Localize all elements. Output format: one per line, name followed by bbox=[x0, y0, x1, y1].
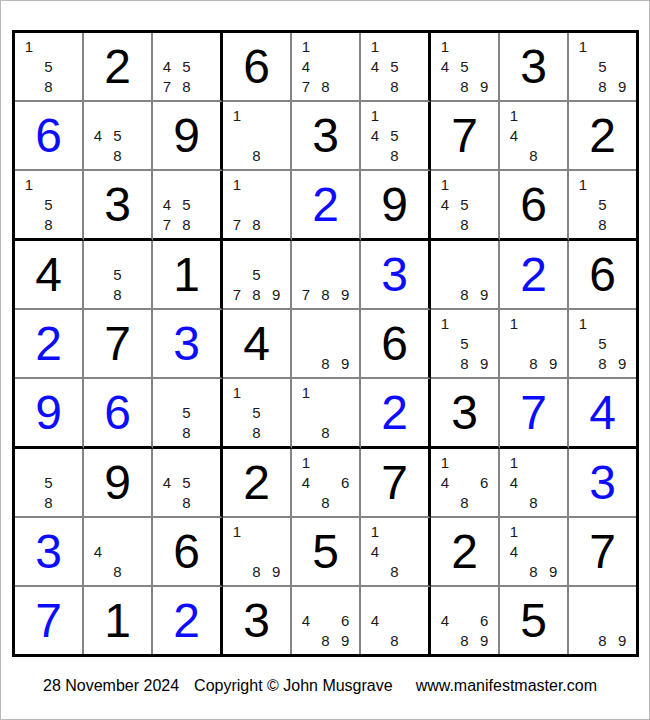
candidate-9: 9 bbox=[474, 285, 494, 305]
cell-r8c3[interactable]: 6 bbox=[153, 518, 223, 587]
given-digit: 3 bbox=[104, 181, 131, 229]
cell-r1c5[interactable]: 1478 bbox=[292, 33, 361, 102]
candidate-8: 8 bbox=[316, 285, 336, 305]
candidate-5: 5 bbox=[39, 472, 59, 492]
candidate-1: 1 bbox=[435, 452, 455, 472]
candidate-4: 4 bbox=[296, 56, 316, 76]
cell-r5c3[interactable]: 3 bbox=[153, 310, 223, 379]
candidate-6: 6 bbox=[335, 472, 355, 492]
candidate-9: 9 bbox=[474, 631, 494, 651]
cell-r3c5[interactable]: 2 bbox=[292, 171, 361, 241]
solved-digit: 9 bbox=[35, 389, 62, 437]
candidate-4: 4 bbox=[435, 56, 455, 76]
candidate-4: 4 bbox=[157, 194, 177, 214]
candidate-5: 5 bbox=[455, 56, 475, 76]
cell-r5c8[interactable]: 189 bbox=[500, 310, 569, 379]
candidate-5: 5 bbox=[385, 56, 405, 76]
candidate-6: 6 bbox=[335, 610, 355, 630]
candidate-8: 8 bbox=[39, 77, 59, 97]
cell-r7c8[interactable]: 148 bbox=[500, 449, 569, 518]
solved-digit: 6 bbox=[104, 389, 131, 437]
cell-r7c6[interactable]: 7 bbox=[361, 449, 431, 518]
cell-r8c1[interactable]: 3 bbox=[15, 518, 84, 587]
candidate-1: 1 bbox=[19, 36, 39, 56]
candidate-8: 8 bbox=[455, 215, 475, 235]
candidate-1: 1 bbox=[296, 382, 316, 402]
candidate-4: 4 bbox=[296, 610, 316, 630]
cell-r3c6[interactable]: 9 bbox=[361, 171, 431, 241]
candidate-9: 9 bbox=[543, 354, 563, 374]
cell-r8c6[interactable]: 148 bbox=[361, 518, 431, 587]
sudoku-page: 1582457861478145814589315896458918314587… bbox=[0, 0, 650, 720]
candidate-4: 4 bbox=[88, 541, 108, 561]
candidate-9: 9 bbox=[335, 631, 355, 651]
cell-r9c8[interactable]: 5 bbox=[500, 587, 569, 654]
candidate-4: 4 bbox=[435, 610, 455, 630]
candidate-5: 5 bbox=[455, 333, 475, 353]
candidate-8: 8 bbox=[524, 493, 544, 513]
candidate-6: 6 bbox=[474, 472, 494, 492]
candidate-4: 4 bbox=[157, 472, 177, 492]
given-digit: 3 bbox=[520, 43, 547, 91]
candidate-8: 8 bbox=[316, 77, 336, 97]
candidate-5: 5 bbox=[108, 125, 128, 145]
candidate-8: 8 bbox=[593, 354, 613, 374]
given-digit: 2 bbox=[104, 43, 131, 91]
cell-r5c1[interactable]: 2 bbox=[15, 310, 84, 379]
cell-r4c5[interactable]: 789 bbox=[292, 241, 361, 310]
candidate-7: 7 bbox=[227, 285, 247, 305]
candidate-9: 9 bbox=[335, 354, 355, 374]
cell-r3c7[interactable]: 1458 bbox=[431, 171, 500, 241]
cell-r8c2[interactable]: 48 bbox=[84, 518, 153, 587]
cell-r1c4[interactable]: 6 bbox=[223, 33, 292, 102]
candidate-4: 4 bbox=[504, 541, 524, 561]
candidate-5: 5 bbox=[177, 194, 197, 214]
candidate-8: 8 bbox=[316, 631, 336, 651]
candidate-1: 1 bbox=[365, 36, 385, 56]
cell-r1c8[interactable]: 3 bbox=[500, 33, 569, 102]
candidate-7: 7 bbox=[227, 215, 247, 235]
given-digit: 9 bbox=[104, 459, 131, 507]
given-digit: 2 bbox=[451, 528, 478, 576]
candidate-1: 1 bbox=[573, 174, 593, 194]
footer-date: 28 November 2024 bbox=[43, 677, 179, 694]
candidate-5: 5 bbox=[593, 194, 613, 214]
cell-r4c9[interactable]: 6 bbox=[569, 241, 636, 310]
candidate-8: 8 bbox=[524, 562, 544, 582]
candidate-4: 4 bbox=[365, 610, 385, 630]
solved-digit: 7 bbox=[520, 389, 547, 437]
candidate-8: 8 bbox=[593, 631, 613, 651]
candidate-4: 4 bbox=[157, 56, 177, 76]
cell-r6c3[interactable]: 58 bbox=[153, 379, 223, 449]
candidate-5: 5 bbox=[247, 264, 267, 284]
candidate-8: 8 bbox=[247, 562, 267, 582]
candidate-8: 8 bbox=[385, 562, 405, 582]
cell-r2c5[interactable]: 3 bbox=[292, 102, 361, 171]
candidate-7: 7 bbox=[157, 215, 177, 235]
cell-r1c3[interactable]: 4578 bbox=[153, 33, 223, 102]
candidate-1: 1 bbox=[504, 105, 524, 125]
cell-r9c1[interactable]: 7 bbox=[15, 587, 84, 654]
cell-r7c5[interactable]: 1468 bbox=[292, 449, 361, 518]
candidate-9: 9 bbox=[474, 354, 494, 374]
cell-r1c2[interactable]: 2 bbox=[84, 33, 153, 102]
candidate-7: 7 bbox=[157, 77, 177, 97]
cell-r4c4[interactable]: 5789 bbox=[223, 241, 292, 310]
candidate-8: 8 bbox=[593, 77, 613, 97]
cell-r6c4[interactable]: 158 bbox=[223, 379, 292, 449]
given-digit: 4 bbox=[35, 251, 62, 299]
given-digit: 6 bbox=[589, 251, 616, 299]
candidate-1: 1 bbox=[435, 313, 455, 333]
candidate-8: 8 bbox=[455, 77, 475, 97]
solved-digit: 4 bbox=[589, 389, 616, 437]
cell-r6c6[interactable]: 2 bbox=[361, 379, 431, 449]
cell-r4c6[interactable]: 3 bbox=[361, 241, 431, 310]
candidate-8: 8 bbox=[524, 354, 544, 374]
given-digit: 3 bbox=[312, 112, 339, 160]
candidate-4: 4 bbox=[504, 472, 524, 492]
given-digit: 7 bbox=[451, 112, 478, 160]
cell-r6c2[interactable]: 6 bbox=[84, 379, 153, 449]
candidate-1: 1 bbox=[504, 521, 524, 541]
candidate-1: 1 bbox=[365, 105, 385, 125]
given-digit: 2 bbox=[589, 112, 616, 160]
candidate-4: 4 bbox=[296, 472, 316, 492]
cell-r7c9[interactable]: 3 bbox=[569, 449, 636, 518]
candidate-1: 1 bbox=[365, 521, 385, 541]
candidate-8: 8 bbox=[593, 215, 613, 235]
solved-digit: 2 bbox=[312, 181, 339, 229]
candidate-9: 9 bbox=[543, 562, 563, 582]
candidate-4: 4 bbox=[365, 125, 385, 145]
given-digit: 3 bbox=[243, 597, 270, 645]
candidate-1: 1 bbox=[504, 452, 524, 472]
candidate-1: 1 bbox=[296, 36, 316, 56]
candidate-8: 8 bbox=[316, 493, 336, 513]
candidate-8: 8 bbox=[455, 354, 475, 374]
cell-r3c4[interactable]: 178 bbox=[223, 171, 292, 241]
cell-r7c4[interactable]: 2 bbox=[223, 449, 292, 518]
cell-r8c5[interactable]: 5 bbox=[292, 518, 361, 587]
candidate-1: 1 bbox=[227, 174, 247, 194]
candidate-8: 8 bbox=[316, 354, 336, 374]
cell-r5c9[interactable]: 1589 bbox=[569, 310, 636, 379]
candidate-8: 8 bbox=[524, 146, 544, 166]
cell-r8c7[interactable]: 2 bbox=[431, 518, 500, 587]
candidate-5: 5 bbox=[39, 56, 59, 76]
solved-digit: 3 bbox=[381, 251, 408, 299]
cell-r9c4[interactable]: 3 bbox=[223, 587, 292, 654]
solved-digit: 7 bbox=[35, 597, 62, 645]
candidate-8: 8 bbox=[108, 285, 128, 305]
candidate-4: 4 bbox=[504, 125, 524, 145]
candidate-9: 9 bbox=[266, 285, 286, 305]
cell-r4c8[interactable]: 2 bbox=[500, 241, 569, 310]
candidate-5: 5 bbox=[108, 264, 128, 284]
solved-digit: 6 bbox=[35, 112, 62, 160]
cell-r6c8[interactable]: 7 bbox=[500, 379, 569, 449]
candidate-9: 9 bbox=[474, 77, 494, 97]
given-digit: 7 bbox=[381, 459, 408, 507]
cell-r2c2[interactable]: 458 bbox=[84, 102, 153, 171]
candidate-8: 8 bbox=[177, 493, 197, 513]
candidate-1: 1 bbox=[573, 36, 593, 56]
cell-r9c2[interactable]: 1 bbox=[84, 587, 153, 654]
candidate-8: 8 bbox=[177, 215, 197, 235]
candidate-7: 7 bbox=[296, 77, 316, 97]
cell-r9c7[interactable]: 4689 bbox=[431, 587, 500, 654]
cell-r3c9[interactable]: 158 bbox=[569, 171, 636, 241]
cell-r3c8[interactable]: 6 bbox=[500, 171, 569, 241]
given-digit: 7 bbox=[104, 320, 131, 368]
cell-r4c3[interactable]: 1 bbox=[153, 241, 223, 310]
candidate-8: 8 bbox=[108, 146, 128, 166]
cell-r5c7[interactable]: 1589 bbox=[431, 310, 500, 379]
candidate-1: 1 bbox=[19, 174, 39, 194]
sudoku-board: 1582457861478145814589315896458918314587… bbox=[12, 30, 639, 657]
candidate-8: 8 bbox=[108, 562, 128, 582]
candidate-1: 1 bbox=[435, 36, 455, 56]
given-digit: 7 bbox=[589, 528, 616, 576]
candidate-1: 1 bbox=[296, 452, 316, 472]
cell-r1c7[interactable]: 14589 bbox=[431, 33, 500, 102]
cell-r1c1[interactable]: 158 bbox=[15, 33, 84, 102]
candidate-5: 5 bbox=[39, 194, 59, 214]
candidate-5: 5 bbox=[247, 402, 267, 422]
candidate-4: 4 bbox=[365, 541, 385, 561]
candidate-8: 8 bbox=[247, 285, 267, 305]
given-digit: 6 bbox=[520, 181, 547, 229]
candidate-1: 1 bbox=[504, 313, 524, 333]
candidate-5: 5 bbox=[593, 56, 613, 76]
candidate-8: 8 bbox=[316, 423, 336, 443]
candidate-5: 5 bbox=[385, 125, 405, 145]
footer-website: www.manifestmaster.com bbox=[416, 677, 597, 694]
cell-r7c3[interactable]: 458 bbox=[153, 449, 223, 518]
candidate-1: 1 bbox=[435, 174, 455, 194]
cell-r2c3[interactable]: 9 bbox=[153, 102, 223, 171]
given-digit: 6 bbox=[381, 320, 408, 368]
cell-r2c4[interactable]: 18 bbox=[223, 102, 292, 171]
candidate-8: 8 bbox=[247, 423, 267, 443]
candidate-8: 8 bbox=[455, 285, 475, 305]
candidate-4: 4 bbox=[365, 56, 385, 76]
candidate-9: 9 bbox=[612, 354, 632, 374]
given-digit: 4 bbox=[243, 320, 270, 368]
candidate-7: 7 bbox=[296, 285, 316, 305]
cell-r1c9[interactable]: 1589 bbox=[569, 33, 636, 102]
cell-r8c9[interactable]: 7 bbox=[569, 518, 636, 587]
candidate-8: 8 bbox=[455, 493, 475, 513]
cell-r3c3[interactable]: 4578 bbox=[153, 171, 223, 241]
candidate-1: 1 bbox=[573, 313, 593, 333]
cell-r6c9[interactable]: 4 bbox=[569, 379, 636, 449]
solved-digit: 3 bbox=[589, 459, 616, 507]
cell-r4c2[interactable]: 58 bbox=[84, 241, 153, 310]
cell-r7c7[interactable]: 1468 bbox=[431, 449, 500, 518]
candidate-6: 6 bbox=[474, 610, 494, 630]
cell-r3c1[interactable]: 158 bbox=[15, 171, 84, 241]
cell-r6c5[interactable]: 18 bbox=[292, 379, 361, 449]
solved-digit: 3 bbox=[173, 320, 200, 368]
given-digit: 9 bbox=[173, 112, 200, 160]
given-digit: 5 bbox=[520, 597, 547, 645]
cell-r9c3[interactable]: 2 bbox=[153, 587, 223, 654]
candidate-4: 4 bbox=[435, 472, 455, 492]
given-digit: 6 bbox=[243, 43, 270, 91]
candidate-8: 8 bbox=[385, 631, 405, 651]
given-digit: 5 bbox=[312, 528, 339, 576]
solved-digit: 2 bbox=[520, 251, 547, 299]
candidate-1: 1 bbox=[227, 105, 247, 125]
solved-digit: 2 bbox=[173, 597, 200, 645]
cell-r5c4[interactable]: 4 bbox=[223, 310, 292, 379]
given-digit: 1 bbox=[104, 597, 131, 645]
candidate-1: 1 bbox=[227, 521, 247, 541]
solved-digit: 2 bbox=[381, 389, 408, 437]
candidate-8: 8 bbox=[177, 423, 197, 443]
candidate-4: 4 bbox=[88, 125, 108, 145]
cell-r6c7[interactable]: 3 bbox=[431, 379, 500, 449]
footer: 28 November 2024Copyright © John Musgrav… bbox=[43, 677, 597, 695]
candidate-5: 5 bbox=[177, 402, 197, 422]
given-digit: 3 bbox=[451, 389, 478, 437]
cell-r6c1[interactable]: 9 bbox=[15, 379, 84, 449]
cell-r9c5[interactable]: 4689 bbox=[292, 587, 361, 654]
cell-r3c2[interactable]: 3 bbox=[84, 171, 153, 241]
candidate-9: 9 bbox=[266, 562, 286, 582]
candidate-8: 8 bbox=[39, 215, 59, 235]
cell-r4c7[interactable]: 89 bbox=[431, 241, 500, 310]
candidate-5: 5 bbox=[177, 56, 197, 76]
cell-r9c9[interactable]: 89 bbox=[569, 587, 636, 654]
cell-r5c5[interactable]: 89 bbox=[292, 310, 361, 379]
candidate-8: 8 bbox=[455, 631, 475, 651]
cell-r7c1[interactable]: 58 bbox=[15, 449, 84, 518]
candidate-5: 5 bbox=[177, 472, 197, 492]
cell-r4c1[interactable]: 4 bbox=[15, 241, 84, 310]
given-digit: 9 bbox=[381, 181, 408, 229]
candidate-8: 8 bbox=[385, 146, 405, 166]
candidate-9: 9 bbox=[612, 631, 632, 651]
cell-r5c6[interactable]: 6 bbox=[361, 310, 431, 379]
candidate-8: 8 bbox=[247, 215, 267, 235]
cell-r7c2[interactable]: 9 bbox=[84, 449, 153, 518]
given-digit: 1 bbox=[173, 251, 200, 299]
given-digit: 2 bbox=[243, 459, 270, 507]
candidate-8: 8 bbox=[385, 77, 405, 97]
cell-r9c6[interactable]: 48 bbox=[361, 587, 431, 654]
candidate-8: 8 bbox=[177, 77, 197, 97]
cell-r5c2[interactable]: 7 bbox=[84, 310, 153, 379]
cell-r2c1[interactable]: 6 bbox=[15, 102, 84, 171]
candidate-4: 4 bbox=[435, 194, 455, 214]
given-digit: 6 bbox=[173, 528, 200, 576]
cell-r2c7[interactable]: 7 bbox=[431, 102, 500, 171]
cell-r2c8[interactable]: 148 bbox=[500, 102, 569, 171]
candidate-9: 9 bbox=[612, 77, 632, 97]
cell-r2c6[interactable]: 1458 bbox=[361, 102, 431, 171]
cell-r8c4[interactable]: 189 bbox=[223, 518, 292, 587]
candidate-8: 8 bbox=[39, 493, 59, 513]
candidate-5: 5 bbox=[455, 194, 475, 214]
solved-digit: 3 bbox=[35, 528, 62, 576]
candidate-9: 9 bbox=[335, 285, 355, 305]
cell-r2c9[interactable]: 2 bbox=[569, 102, 636, 171]
footer-copyright: Copyright © John Musgrave bbox=[194, 677, 393, 694]
candidate-5: 5 bbox=[593, 333, 613, 353]
solved-digit: 2 bbox=[35, 320, 62, 368]
cell-r1c6[interactable]: 1458 bbox=[361, 33, 431, 102]
candidate-8: 8 bbox=[247, 146, 267, 166]
cell-r8c8[interactable]: 1489 bbox=[500, 518, 569, 587]
candidate-1: 1 bbox=[227, 382, 247, 402]
